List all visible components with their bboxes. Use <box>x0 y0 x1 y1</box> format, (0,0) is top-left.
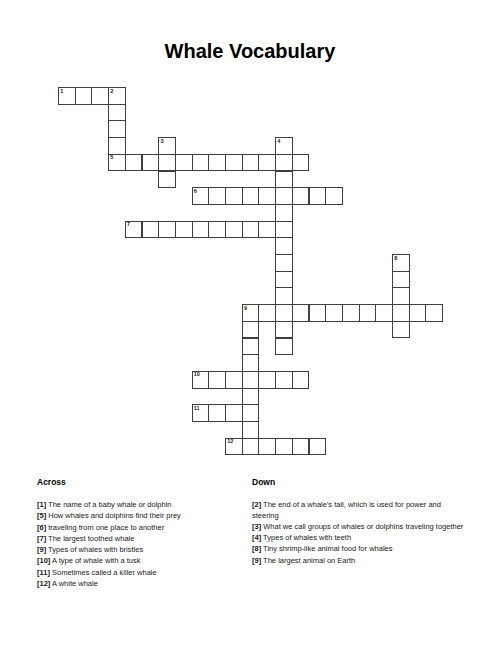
cell-r21c15[interactable] <box>309 438 327 456</box>
cell-r8c9[interactable] <box>208 221 226 239</box>
cell-r6c9[interactable] <box>208 187 226 205</box>
across-clue-list: [1] The name of a baby whale or dolphin[… <box>37 500 247 590</box>
across-header: Across <box>37 477 247 487</box>
cell-r4c10[interactable] <box>225 154 243 172</box>
cell-r17c11[interactable] <box>242 371 260 389</box>
cell-r18c11[interactable] <box>242 388 260 406</box>
down-clue-8: [8] Tiny shrimp-like animal food for wha… <box>252 544 464 555</box>
cell-number-8: 8 <box>394 256 397 262</box>
cell-r13c22[interactable] <box>425 304 443 322</box>
cell-r8c13[interactable] <box>275 221 293 239</box>
cell-r6c10[interactable] <box>225 187 243 205</box>
cell-r17c10[interactable] <box>225 371 243 389</box>
cell-r7c13[interactable] <box>275 204 293 222</box>
cell-number-7: 7 <box>127 222 130 228</box>
across-clue-6: [6] traveling from one place to another <box>37 523 247 534</box>
cell-number-3: 3 <box>160 139 163 145</box>
cell-number-2: 2 <box>110 89 113 95</box>
cell-r1c3[interactable] <box>108 104 126 122</box>
cell-r13c19[interactable] <box>375 304 393 322</box>
cell-number-10: 10 <box>194 372 200 378</box>
cell-r13c18[interactable] <box>359 304 377 322</box>
cell-r8c8[interactable] <box>192 221 210 239</box>
cell-r12c13[interactable] <box>275 287 293 305</box>
cell-r13c11[interactable]: 9 <box>242 304 260 322</box>
across-clue-number-10: [10] <box>37 556 50 565</box>
down-clue-9: [9] The largest animal on Earth <box>252 556 464 567</box>
cell-r10c20[interactable]: 8 <box>392 254 410 272</box>
cell-r13c12[interactable] <box>258 304 276 322</box>
cell-r6c11[interactable] <box>242 187 260 205</box>
cell-r0c1[interactable] <box>75 87 93 105</box>
cell-r19c9[interactable] <box>208 404 226 422</box>
cell-r6c12[interactable] <box>258 187 276 205</box>
down-clue-2: [2] The end of a whale's tail, which is … <box>252 500 464 521</box>
cell-r8c11[interactable] <box>242 221 260 239</box>
across-clues-section: Across [1] The name of a baby whale or d… <box>37 477 247 590</box>
across-clue-9: [9] Types of whales with bristles <box>37 545 247 556</box>
cell-number-11: 11 <box>194 406 200 412</box>
cell-r4c9[interactable] <box>208 154 226 172</box>
cell-number-12: 12 <box>227 439 233 445</box>
down-clue-list: [2] The end of a whale's tail, which is … <box>252 500 464 566</box>
cell-r8c7[interactable] <box>175 221 193 239</box>
cell-r13c17[interactable] <box>342 304 360 322</box>
cell-r21c11[interactable] <box>242 438 260 456</box>
across-clue-12: [12] A white whale <box>37 579 247 590</box>
cell-number-9: 9 <box>244 306 247 312</box>
cell-r4c8[interactable] <box>192 154 210 172</box>
cell-r11c20[interactable] <box>392 271 410 289</box>
cell-r21c14[interactable] <box>292 438 310 456</box>
cell-r16c11[interactable] <box>242 354 260 372</box>
down-clue-4: [4] Types of whales with teeth <box>252 533 464 544</box>
cell-r17c8[interactable]: 10 <box>192 371 210 389</box>
cell-r4c13[interactable] <box>275 154 293 172</box>
page-title: Whale Vocabulary <box>0 39 500 63</box>
down-clue-number-4: [4] <box>252 533 261 542</box>
down-header: Down <box>252 477 464 487</box>
cell-r6c14[interactable] <box>292 187 310 205</box>
across-clue-7: [7] The largest toothed whale <box>37 534 247 545</box>
across-clue-1: [1] The name of a baby whale or dolphin <box>37 500 247 511</box>
cell-r13c13[interactable] <box>275 304 293 322</box>
cell-r9c13[interactable] <box>275 237 293 255</box>
cell-r15c11[interactable] <box>242 338 260 356</box>
cell-r13c16[interactable] <box>325 304 343 322</box>
across-clue-number-7: [7] <box>37 534 46 543</box>
cell-r21c10[interactable]: 12 <box>225 438 243 456</box>
cell-r13c15[interactable] <box>309 304 327 322</box>
across-clue-number-12: [12] <box>37 579 50 588</box>
cell-r21c12[interactable] <box>258 438 276 456</box>
cell-number-4: 4 <box>277 139 280 145</box>
cell-r0c0[interactable]: 1 <box>58 87 76 105</box>
crossword-page: Whale Vocabulary 123456789101112 Across … <box>0 0 500 647</box>
cell-r4c4[interactable] <box>125 154 143 172</box>
down-clue-3: [3] What we call groups of whales or dol… <box>252 522 464 533</box>
cell-r8c4[interactable]: 7 <box>125 221 143 239</box>
cell-r4c12[interactable] <box>258 154 276 172</box>
cell-r17c14[interactable] <box>292 371 310 389</box>
cell-r13c14[interactable] <box>292 304 310 322</box>
cell-r6c8[interactable]: 6 <box>192 187 210 205</box>
cell-r8c6[interactable] <box>158 221 176 239</box>
cell-r21c13[interactable] <box>275 438 293 456</box>
cell-r4c7[interactable] <box>175 154 193 172</box>
cell-number-5: 5 <box>110 155 113 161</box>
across-clue-number-1: [1] <box>37 500 46 509</box>
cell-r8c5[interactable] <box>142 221 160 239</box>
cell-r13c21[interactable] <box>409 304 427 322</box>
cell-r10c13[interactable] <box>275 254 293 272</box>
cell-r19c11[interactable] <box>242 404 260 422</box>
down-clues-section: Down [2] The end of a whale's tail, whic… <box>252 477 464 567</box>
cell-r17c12[interactable] <box>258 371 276 389</box>
cell-r11c13[interactable] <box>275 271 293 289</box>
cell-r4c3[interactable]: 5 <box>108 154 126 172</box>
cell-r8c12[interactable] <box>258 221 276 239</box>
cell-r14c13[interactable] <box>275 321 293 339</box>
cell-r20c11[interactable] <box>242 421 260 439</box>
cell-r3c3[interactable] <box>108 137 126 155</box>
down-clue-number-3: [3] <box>252 522 261 531</box>
across-clue-number-9: [9] <box>37 545 46 554</box>
cell-r17c9[interactable] <box>208 371 226 389</box>
cell-r0c3[interactable]: 2 <box>108 87 126 105</box>
cell-number-6: 6 <box>194 189 197 195</box>
cell-r15c13[interactable] <box>275 338 293 356</box>
across-clue-11: [11] Sometimes called a killer whale <box>37 568 247 579</box>
across-clue-5: [5] How whales and dolphins find their p… <box>37 511 247 522</box>
cell-r3c13[interactable]: 4 <box>275 137 293 155</box>
cell-r14c11[interactable] <box>242 321 260 339</box>
down-clue-number-8: [8] <box>252 544 261 553</box>
cell-r6c13[interactable] <box>275 187 293 205</box>
cell-r19c8[interactable]: 11 <box>192 404 210 422</box>
cell-r19c10[interactable] <box>225 404 243 422</box>
cell-r4c11[interactable] <box>242 154 260 172</box>
across-clue-number-5: [5] <box>37 511 46 520</box>
cell-r8c10[interactable] <box>225 221 243 239</box>
cell-r4c6[interactable] <box>158 154 176 172</box>
across-clue-number-11: [11] <box>37 568 50 577</box>
cell-r14c20[interactable] <box>392 321 410 339</box>
cell-r0c2[interactable] <box>91 87 109 105</box>
across-clue-number-6: [6] <box>37 523 46 532</box>
cell-r6c15[interactable] <box>309 187 327 205</box>
cell-r4c14[interactable] <box>292 154 310 172</box>
cell-r5c13[interactable] <box>275 171 293 189</box>
across-clue-10: [10] A type of whale with a tusk <box>37 556 247 567</box>
cell-number-1: 1 <box>60 89 63 95</box>
crossword-grid: 123456789101112 <box>58 87 444 456</box>
cell-r6c16[interactable] <box>325 187 343 205</box>
down-clue-number-2: [2] <box>252 500 261 509</box>
cell-r12c20[interactable] <box>392 287 410 305</box>
cell-r13c20[interactable] <box>392 304 410 322</box>
cell-r17c13[interactable] <box>275 371 293 389</box>
cell-r3c6[interactable]: 3 <box>158 137 176 155</box>
cell-r2c3[interactable] <box>108 120 126 138</box>
cell-r4c5[interactable] <box>142 154 160 172</box>
down-clue-number-9: [9] <box>252 556 261 565</box>
cell-r5c6[interactable] <box>158 171 176 189</box>
